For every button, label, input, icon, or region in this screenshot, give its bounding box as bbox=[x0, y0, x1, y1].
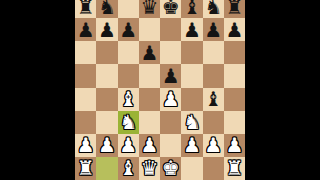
white-pawn[interactable]: ♟ bbox=[183, 135, 201, 155]
square-h1[interactable]: ♜ bbox=[224, 157, 245, 180]
square-f6[interactable] bbox=[181, 41, 202, 64]
square-b6[interactable] bbox=[96, 41, 117, 64]
black-queen[interactable]: ♛ bbox=[140, 0, 158, 17]
black-king[interactable]: ♚ bbox=[162, 0, 180, 17]
square-b8[interactable]: ♞ bbox=[96, 0, 117, 18]
square-h5[interactable] bbox=[224, 64, 245, 87]
square-b4[interactable] bbox=[96, 88, 117, 111]
black-pawn[interactable]: ♟ bbox=[140, 43, 158, 63]
square-e1[interactable]: ♚ bbox=[160, 157, 181, 180]
square-h6[interactable] bbox=[224, 41, 245, 64]
square-e3[interactable] bbox=[160, 111, 181, 134]
black-pawn[interactable]: ♟ bbox=[119, 20, 137, 40]
square-b2[interactable]: ♟ bbox=[96, 134, 117, 157]
square-h2[interactable]: ♟ bbox=[224, 134, 245, 157]
square-d2[interactable]: ♟ bbox=[139, 134, 160, 157]
black-knight[interactable]: ♞ bbox=[98, 0, 116, 17]
square-b5[interactable] bbox=[96, 64, 117, 87]
white-pawn[interactable]: ♟ bbox=[225, 135, 243, 155]
square-g1[interactable] bbox=[203, 157, 224, 180]
black-bishop[interactable]: ♝ bbox=[183, 0, 201, 17]
square-h8[interactable]: ♜ bbox=[224, 0, 245, 18]
square-a8[interactable]: ♜ bbox=[75, 0, 96, 18]
black-pawn[interactable]: ♟ bbox=[98, 20, 116, 40]
square-e8[interactable]: ♚ bbox=[160, 0, 181, 18]
letterbox-left bbox=[0, 0, 75, 180]
square-d8[interactable]: ♛ bbox=[139, 0, 160, 18]
video-frame: ♜♞♛♚♝♞♜♟♟♟♟♟♟♟♟♝♟♝♞♞♟♟♟♟♟♟♟♜♝♛♚♜ bbox=[0, 0, 320, 180]
black-rook[interactable]: ♜ bbox=[225, 0, 243, 17]
square-f7[interactable]: ♟ bbox=[181, 18, 202, 41]
square-d3[interactable] bbox=[139, 111, 160, 134]
square-d1[interactable]: ♛ bbox=[139, 157, 160, 180]
black-pawn[interactable]: ♟ bbox=[225, 20, 243, 40]
black-pawn[interactable]: ♟ bbox=[77, 20, 95, 40]
square-g8[interactable]: ♞ bbox=[203, 0, 224, 18]
square-a7[interactable]: ♟ bbox=[75, 18, 96, 41]
white-rook[interactable]: ♜ bbox=[225, 158, 243, 178]
square-c8[interactable] bbox=[118, 0, 139, 18]
square-d5[interactable] bbox=[139, 64, 160, 87]
white-pawn[interactable]: ♟ bbox=[77, 135, 95, 155]
square-f4[interactable] bbox=[181, 88, 202, 111]
square-g2[interactable]: ♟ bbox=[203, 134, 224, 157]
black-bishop[interactable]: ♝ bbox=[204, 89, 222, 109]
square-a1[interactable]: ♜ bbox=[75, 157, 96, 180]
black-pawn[interactable]: ♟ bbox=[183, 20, 201, 40]
square-c5[interactable] bbox=[118, 64, 139, 87]
square-g7[interactable]: ♟ bbox=[203, 18, 224, 41]
chess-board[interactable]: ♜♞♛♚♝♞♜♟♟♟♟♟♟♟♟♝♟♝♞♞♟♟♟♟♟♟♟♜♝♛♚♜ bbox=[75, 0, 245, 180]
square-e5[interactable]: ♟ bbox=[160, 64, 181, 87]
square-a3[interactable] bbox=[75, 111, 96, 134]
square-a6[interactable] bbox=[75, 41, 96, 64]
square-e6[interactable] bbox=[160, 41, 181, 64]
white-pawn[interactable]: ♟ bbox=[162, 89, 180, 109]
square-f2[interactable]: ♟ bbox=[181, 134, 202, 157]
square-h4[interactable] bbox=[224, 88, 245, 111]
square-a4[interactable] bbox=[75, 88, 96, 111]
black-pawn[interactable]: ♟ bbox=[162, 66, 180, 86]
white-knight[interactable]: ♞ bbox=[119, 112, 137, 132]
square-c2[interactable]: ♟ bbox=[118, 134, 139, 157]
white-pawn[interactable]: ♟ bbox=[204, 135, 222, 155]
square-c1[interactable]: ♝ bbox=[118, 157, 139, 180]
square-e7[interactable] bbox=[160, 18, 181, 41]
square-a5[interactable] bbox=[75, 64, 96, 87]
square-b3[interactable] bbox=[96, 111, 117, 134]
square-d6[interactable]: ♟ bbox=[139, 41, 160, 64]
square-e2[interactable] bbox=[160, 134, 181, 157]
square-e4[interactable]: ♟ bbox=[160, 88, 181, 111]
square-g6[interactable] bbox=[203, 41, 224, 64]
square-c6[interactable] bbox=[118, 41, 139, 64]
square-d7[interactable] bbox=[139, 18, 160, 41]
square-f8[interactable]: ♝ bbox=[181, 0, 202, 18]
square-b7[interactable]: ♟ bbox=[96, 18, 117, 41]
square-f1[interactable] bbox=[181, 157, 202, 180]
square-g5[interactable] bbox=[203, 64, 224, 87]
letterbox-right bbox=[245, 0, 320, 180]
square-f5[interactable] bbox=[181, 64, 202, 87]
white-pawn[interactable]: ♟ bbox=[98, 135, 116, 155]
white-bishop[interactable]: ♝ bbox=[119, 89, 137, 109]
square-c4[interactable]: ♝ bbox=[118, 88, 139, 111]
white-knight[interactable]: ♞ bbox=[183, 112, 201, 132]
black-knight[interactable]: ♞ bbox=[204, 0, 222, 17]
square-g3[interactable] bbox=[203, 111, 224, 134]
square-g4[interactable]: ♝ bbox=[203, 88, 224, 111]
white-bishop[interactable]: ♝ bbox=[119, 158, 137, 178]
white-queen[interactable]: ♛ bbox=[140, 158, 158, 178]
square-c3[interactable]: ♞ bbox=[118, 111, 139, 134]
black-rook[interactable]: ♜ bbox=[77, 0, 95, 17]
square-h7[interactable]: ♟ bbox=[224, 18, 245, 41]
square-b1[interactable] bbox=[96, 157, 117, 180]
white-pawn[interactable]: ♟ bbox=[140, 135, 158, 155]
square-a2[interactable]: ♟ bbox=[75, 134, 96, 157]
black-pawn[interactable]: ♟ bbox=[204, 20, 222, 40]
square-f3[interactable]: ♞ bbox=[181, 111, 202, 134]
white-king[interactable]: ♚ bbox=[162, 158, 180, 178]
square-c7[interactable]: ♟ bbox=[118, 18, 139, 41]
square-h3[interactable] bbox=[224, 111, 245, 134]
white-rook[interactable]: ♜ bbox=[77, 158, 95, 178]
square-d4[interactable] bbox=[139, 88, 160, 111]
white-pawn[interactable]: ♟ bbox=[119, 135, 137, 155]
